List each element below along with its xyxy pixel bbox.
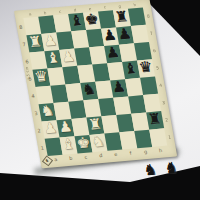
black-queen[interactable]: ♛ [138, 60, 154, 76]
white-king[interactable]: ♚ [75, 136, 91, 152]
file-label-a: a [22, 10, 38, 16]
white-pawn[interactable]: ♟ [60, 49, 76, 65]
black-pawn[interactable]: ♟ [105, 45, 121, 61]
black-pawn[interactable]: ♟ [102, 28, 118, 44]
file-label-f: f [122, 149, 138, 156]
black-rook[interactable]: ♜ [147, 112, 163, 128]
white-rook[interactable]: ♜ [27, 35, 43, 51]
captured-black-knight[interactable]: ♞ [165, 161, 179, 177]
white-pawn[interactable]: ♟ [42, 33, 58, 49]
black-knight[interactable]: ♞ [81, 82, 97, 98]
file-label-c: c [78, 153, 94, 160]
file-label-h: h [127, 1, 143, 7]
logo-knight-icon: ♞ [40, 154, 53, 166]
file-label-g: g [137, 147, 153, 154]
white-knight[interactable]: ♞ [90, 134, 106, 150]
captured-black-knight[interactable]: ♞ [143, 163, 157, 179]
black-bishop[interactable]: ♝ [69, 13, 85, 29]
black-bishop[interactable]: ♝ [123, 61, 139, 77]
white-queen[interactable]: ♛ [33, 69, 49, 85]
black-pawn[interactable]: ♟ [117, 27, 133, 43]
black-rook[interactable]: ♜ [114, 9, 130, 25]
file-label-d: d [93, 151, 109, 158]
white-bishop[interactable]: ♝ [60, 137, 76, 153]
board-maker-logo: ♞ [40, 154, 53, 166]
black-pawn[interactable]: ♟ [111, 80, 127, 96]
file-label-e: e [108, 150, 124, 157]
file-label-f: f [97, 4, 113, 10]
file-label-b: b [63, 154, 79, 161]
white-pawn[interactable]: ♟ [57, 120, 73, 136]
file-label-c: c [52, 8, 68, 14]
file-label-b: b [37, 9, 53, 15]
white-knight[interactable]: ♞ [39, 104, 55, 120]
board-squares: ♝♚♜♜♟♟♟♝♟♟♛♝♛♞♟♞♟♟♜♜♝♚♞ [23, 8, 167, 157]
white-pawn[interactable]: ♟ [42, 121, 58, 137]
white-bishop[interactable]: ♝ [45, 51, 61, 67]
white-rook[interactable]: ♜ [87, 117, 103, 133]
black-king[interactable]: ♚ [84, 12, 100, 28]
photo-canvas: ♝♚♜♜♟♟♟♝♟♟♛♝♛♞♟♞♟♟♜♜♝♚♞ abcdefgh abcdefg… [0, 0, 200, 200]
chess-board: ♝♚♜♜♟♟♟♝♟♟♛♝♛♞♟♞♟♟♜♜♝♚♞ abcdefgh abcdefg… [14, 0, 177, 168]
file-label-h: h [152, 146, 168, 153]
